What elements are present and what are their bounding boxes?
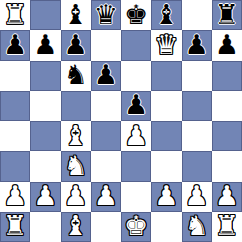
square-d6[interactable]: ♟ [91,61,121,91]
piece-white-bishop[interactable]: ♝ [64,122,88,149]
square-a3[interactable] [0,151,30,181]
piece-white-rook[interactable]: ♜ [215,212,239,239]
piece-white-pawn[interactable]: ♟ [3,182,27,209]
square-d3[interactable] [91,151,121,181]
square-a5[interactable] [0,91,30,121]
square-b6[interactable] [30,61,60,91]
piece-black-rook[interactable]: ♜ [215,1,239,28]
square-c3[interactable]: ♞ [61,151,91,181]
square-a6[interactable] [0,61,30,91]
chess-board: ♜♝♛♚♝♜♟♟♟♛♟♟♞♟♟♝♟♞♟♟♟♟♟♟♟♜♝♚♞♜ [0,0,242,242]
piece-white-bishop[interactable]: ♝ [64,212,88,239]
square-d1[interactable] [91,212,121,242]
piece-white-king[interactable]: ♚ [124,212,148,239]
piece-black-queen[interactable]: ♛ [94,1,118,28]
square-h2[interactable]: ♟ [212,182,242,212]
piece-white-pawn[interactable]: ♟ [94,182,118,209]
square-h1[interactable]: ♜ [212,212,242,242]
square-h5[interactable] [212,91,242,121]
square-f2[interactable]: ♟ [151,182,181,212]
chess-app: ♜♝♛♚♝♜♟♟♟♛♟♟♞♟♟♝♟♞♟♟♟♟♟♟♟♜♝♚♞♜ [0,0,242,242]
square-d7[interactable] [91,30,121,60]
square-b4[interactable] [30,121,60,151]
square-c8[interactable]: ♝ [61,0,91,30]
square-b5[interactable] [30,91,60,121]
square-c4[interactable]: ♝ [61,121,91,151]
piece-black-pawn[interactable]: ♟ [94,61,118,88]
square-h4[interactable] [212,121,242,151]
square-f5[interactable] [151,91,181,121]
square-f7[interactable]: ♛ [151,30,181,60]
square-g3[interactable] [182,151,212,181]
piece-black-pawn[interactable]: ♟ [124,91,148,118]
square-b1[interactable] [30,212,60,242]
piece-black-bishop[interactable]: ♝ [64,1,88,28]
square-h7[interactable]: ♟ [212,30,242,60]
square-d2[interactable]: ♟ [91,182,121,212]
square-f6[interactable] [151,61,181,91]
piece-white-pawn[interactable]: ♟ [124,122,148,149]
square-e8[interactable]: ♚ [121,0,151,30]
square-b3[interactable] [30,151,60,181]
piece-black-king[interactable]: ♚ [124,1,148,28]
square-d4[interactable] [91,121,121,151]
square-c6[interactable]: ♞ [61,61,91,91]
square-d8[interactable]: ♛ [91,0,121,30]
piece-white-queen[interactable]: ♛ [154,31,178,58]
piece-white-pawn[interactable]: ♟ [215,182,239,209]
square-c7[interactable]: ♟ [61,30,91,60]
piece-black-pawn[interactable]: ♟ [185,31,209,58]
square-f8[interactable]: ♝ [151,0,181,30]
piece-white-knight[interactable]: ♞ [185,212,209,239]
piece-white-pawn[interactable]: ♟ [33,182,57,209]
square-e5[interactable]: ♟ [121,91,151,121]
square-f1[interactable] [151,212,181,242]
square-f3[interactable] [151,151,181,181]
piece-black-pawn[interactable]: ♟ [3,31,27,58]
square-b2[interactable]: ♟ [30,182,60,212]
square-c2[interactable]: ♟ [61,182,91,212]
square-a2[interactable]: ♟ [0,182,30,212]
square-h3[interactable] [212,151,242,181]
square-g1[interactable]: ♞ [182,212,212,242]
square-g8[interactable] [182,0,212,30]
square-h6[interactable] [212,61,242,91]
square-g2[interactable]: ♟ [182,182,212,212]
square-g6[interactable] [182,61,212,91]
square-h8[interactable]: ♜ [212,0,242,30]
square-g7[interactable]: ♟ [182,30,212,60]
square-a4[interactable] [0,121,30,151]
square-c1[interactable]: ♝ [61,212,91,242]
square-a1[interactable]: ♜ [0,212,30,242]
square-g5[interactable] [182,91,212,121]
piece-white-knight[interactable]: ♞ [64,152,88,179]
square-e1[interactable]: ♚ [121,212,151,242]
piece-black-pawn[interactable]: ♟ [33,31,57,58]
piece-black-pawn[interactable]: ♟ [64,31,88,58]
square-e4[interactable]: ♟ [121,121,151,151]
square-e6[interactable] [121,61,151,91]
square-f4[interactable] [151,121,181,151]
square-a7[interactable]: ♟ [0,30,30,60]
piece-white-rook[interactable]: ♜ [3,212,27,239]
square-e7[interactable] [121,30,151,60]
square-b7[interactable]: ♟ [30,30,60,60]
square-g4[interactable] [182,121,212,151]
square-d5[interactable] [91,91,121,121]
piece-black-bishop[interactable]: ♝ [154,1,178,28]
square-e2[interactable] [121,182,151,212]
piece-white-pawn[interactable]: ♟ [154,182,178,209]
piece-white-pawn[interactable]: ♟ [64,182,88,209]
piece-white-rook[interactable]: ♜ [3,1,27,28]
square-a8[interactable]: ♜ [0,0,30,30]
piece-white-pawn[interactable]: ♟ [185,182,209,209]
square-c5[interactable] [61,91,91,121]
piece-black-knight[interactable]: ♞ [64,61,88,88]
square-e3[interactable] [121,151,151,181]
piece-black-pawn[interactable]: ♟ [215,31,239,58]
square-b8[interactable] [30,0,60,30]
